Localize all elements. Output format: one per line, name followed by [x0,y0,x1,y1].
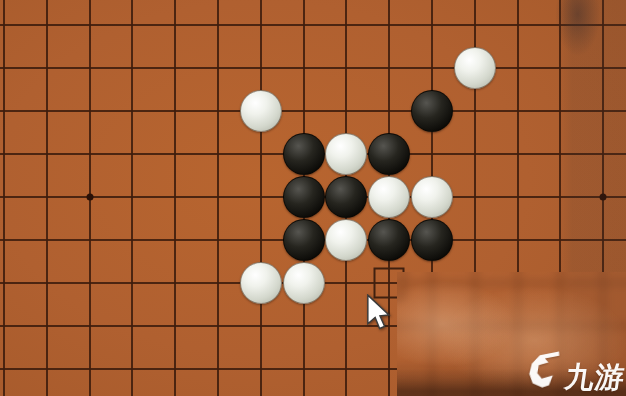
white-stone [411,176,453,218]
black-stone [411,90,453,132]
jiuyou-logo-icon [522,347,563,392]
watermark: 九游 [524,347,625,392]
star-point [86,194,93,201]
grid-line-vertical [46,0,48,396]
white-stone [325,133,367,175]
black-stone [283,219,325,261]
white-stone [283,262,325,304]
star-point [600,194,607,201]
grid-line-horizontal [0,24,626,26]
grid-line-horizontal [0,110,626,112]
white-stone [240,262,282,304]
white-stone [325,219,367,261]
black-stone [283,176,325,218]
mouse-cursor-icon [366,294,391,331]
grid-line-vertical [131,0,133,396]
black-stone [368,219,410,261]
grid-line-vertical [217,0,219,396]
black-stone [283,133,325,175]
black-stone [411,219,453,261]
watermark-text: 九游 [563,362,626,392]
grid-line-horizontal [0,67,626,69]
gomoku-game-screenshot: 九游 [0,0,626,396]
grid-line-vertical [174,0,176,396]
black-stone [368,133,410,175]
blurred-overlay-patch: 九游 [397,272,626,396]
white-stone [368,176,410,218]
black-stone [325,176,367,218]
white-stone [240,90,282,132]
grid-line-vertical [260,0,262,396]
white-stone [454,47,496,89]
grid-line-vertical [3,0,5,396]
